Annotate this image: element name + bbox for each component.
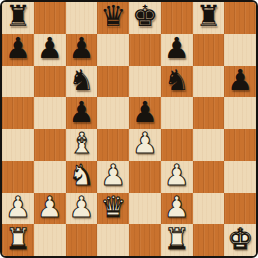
square-a2[interactable]: ♟ bbox=[2, 193, 34, 225]
square-a1[interactable]: ♜ bbox=[2, 224, 34, 256]
white-pawn[interactable]: ♟ bbox=[164, 193, 190, 222]
square-d4[interactable] bbox=[97, 129, 129, 161]
black-pawn[interactable]: ♟ bbox=[164, 34, 190, 63]
square-c5[interactable]: ♟ bbox=[66, 97, 98, 129]
square-b8[interactable] bbox=[34, 2, 66, 34]
square-a6[interactable] bbox=[2, 66, 34, 98]
square-h1[interactable]: ♚ bbox=[224, 224, 256, 256]
square-g7[interactable] bbox=[193, 34, 225, 66]
white-knight[interactable]: ♞ bbox=[68, 161, 94, 190]
square-c6[interactable]: ♞ bbox=[66, 66, 98, 98]
square-h6[interactable]: ♟ bbox=[224, 66, 256, 98]
black-pawn[interactable]: ♟ bbox=[227, 66, 253, 95]
black-pawn[interactable]: ♟ bbox=[132, 98, 158, 127]
square-h5[interactable] bbox=[224, 97, 256, 129]
square-f4[interactable] bbox=[161, 129, 193, 161]
square-g3[interactable] bbox=[193, 161, 225, 193]
square-f1[interactable]: ♜ bbox=[161, 224, 193, 256]
square-e1[interactable] bbox=[129, 224, 161, 256]
square-e2[interactable] bbox=[129, 193, 161, 225]
white-pawn[interactable]: ♟ bbox=[132, 129, 158, 158]
white-king[interactable]: ♚ bbox=[227, 225, 253, 254]
square-e6[interactable] bbox=[129, 66, 161, 98]
white-pawn[interactable]: ♟ bbox=[164, 161, 190, 190]
square-f5[interactable] bbox=[161, 97, 193, 129]
square-b1[interactable] bbox=[34, 224, 66, 256]
square-a5[interactable] bbox=[2, 97, 34, 129]
square-a3[interactable] bbox=[2, 161, 34, 193]
square-b7[interactable]: ♟ bbox=[34, 34, 66, 66]
square-d7[interactable] bbox=[97, 34, 129, 66]
square-e5[interactable]: ♟ bbox=[129, 97, 161, 129]
square-b3[interactable] bbox=[34, 161, 66, 193]
square-g6[interactable] bbox=[193, 66, 225, 98]
square-c7[interactable]: ♟ bbox=[66, 34, 98, 66]
black-pawn[interactable]: ♟ bbox=[68, 98, 94, 127]
white-rook[interactable]: ♜ bbox=[164, 225, 190, 254]
square-g8[interactable]: ♜ bbox=[193, 2, 225, 34]
square-a7[interactable]: ♟ bbox=[2, 34, 34, 66]
white-rook[interactable]: ♜ bbox=[5, 225, 31, 254]
black-pawn[interactable]: ♟ bbox=[5, 34, 31, 63]
black-queen[interactable]: ♛ bbox=[100, 2, 126, 31]
chess-board: ♜♛♚♜♟♟♟♟♞♞♟♟♟♝♟♞♟♟♟♟♟♛♟♜♜♚ bbox=[0, 0, 258, 258]
black-pawn[interactable]: ♟ bbox=[37, 34, 63, 63]
square-c4[interactable]: ♝ bbox=[66, 129, 98, 161]
square-d2[interactable]: ♛ bbox=[97, 193, 129, 225]
square-h7[interactable] bbox=[224, 34, 256, 66]
square-f6[interactable]: ♞ bbox=[161, 66, 193, 98]
square-b4[interactable] bbox=[34, 129, 66, 161]
square-d3[interactable]: ♟ bbox=[97, 161, 129, 193]
square-e3[interactable] bbox=[129, 161, 161, 193]
black-knight[interactable]: ♞ bbox=[68, 66, 94, 95]
white-pawn[interactable]: ♟ bbox=[68, 193, 94, 222]
black-pawn[interactable]: ♟ bbox=[68, 34, 94, 63]
square-b5[interactable] bbox=[34, 97, 66, 129]
black-king[interactable]: ♚ bbox=[132, 2, 158, 31]
white-pawn[interactable]: ♟ bbox=[100, 161, 126, 190]
white-queen[interactable]: ♛ bbox=[100, 193, 126, 222]
square-g2[interactable] bbox=[193, 193, 225, 225]
square-c3[interactable]: ♞ bbox=[66, 161, 98, 193]
square-h3[interactable] bbox=[224, 161, 256, 193]
square-d5[interactable] bbox=[97, 97, 129, 129]
white-bishop[interactable]: ♝ bbox=[68, 129, 94, 158]
square-e4[interactable]: ♟ bbox=[129, 129, 161, 161]
square-f8[interactable] bbox=[161, 2, 193, 34]
black-rook[interactable]: ♜ bbox=[195, 2, 221, 31]
black-rook[interactable]: ♜ bbox=[5, 2, 31, 31]
square-d1[interactable] bbox=[97, 224, 129, 256]
square-c1[interactable] bbox=[66, 224, 98, 256]
square-g5[interactable] bbox=[193, 97, 225, 129]
square-d8[interactable]: ♛ bbox=[97, 2, 129, 34]
square-a4[interactable] bbox=[2, 129, 34, 161]
square-b2[interactable]: ♟ bbox=[34, 193, 66, 225]
square-h8[interactable] bbox=[224, 2, 256, 34]
square-f7[interactable]: ♟ bbox=[161, 34, 193, 66]
square-g1[interactable] bbox=[193, 224, 225, 256]
square-e7[interactable] bbox=[129, 34, 161, 66]
white-pawn[interactable]: ♟ bbox=[37, 193, 63, 222]
square-e8[interactable]: ♚ bbox=[129, 2, 161, 34]
square-b6[interactable] bbox=[34, 66, 66, 98]
square-h4[interactable] bbox=[224, 129, 256, 161]
white-pawn[interactable]: ♟ bbox=[5, 193, 31, 222]
square-g4[interactable] bbox=[193, 129, 225, 161]
square-c8[interactable] bbox=[66, 2, 98, 34]
square-a8[interactable]: ♜ bbox=[2, 2, 34, 34]
square-h2[interactable] bbox=[224, 193, 256, 225]
black-knight[interactable]: ♞ bbox=[164, 66, 190, 95]
square-f3[interactable]: ♟ bbox=[161, 161, 193, 193]
square-d6[interactable] bbox=[97, 66, 129, 98]
square-f2[interactable]: ♟ bbox=[161, 193, 193, 225]
square-c2[interactable]: ♟ bbox=[66, 193, 98, 225]
